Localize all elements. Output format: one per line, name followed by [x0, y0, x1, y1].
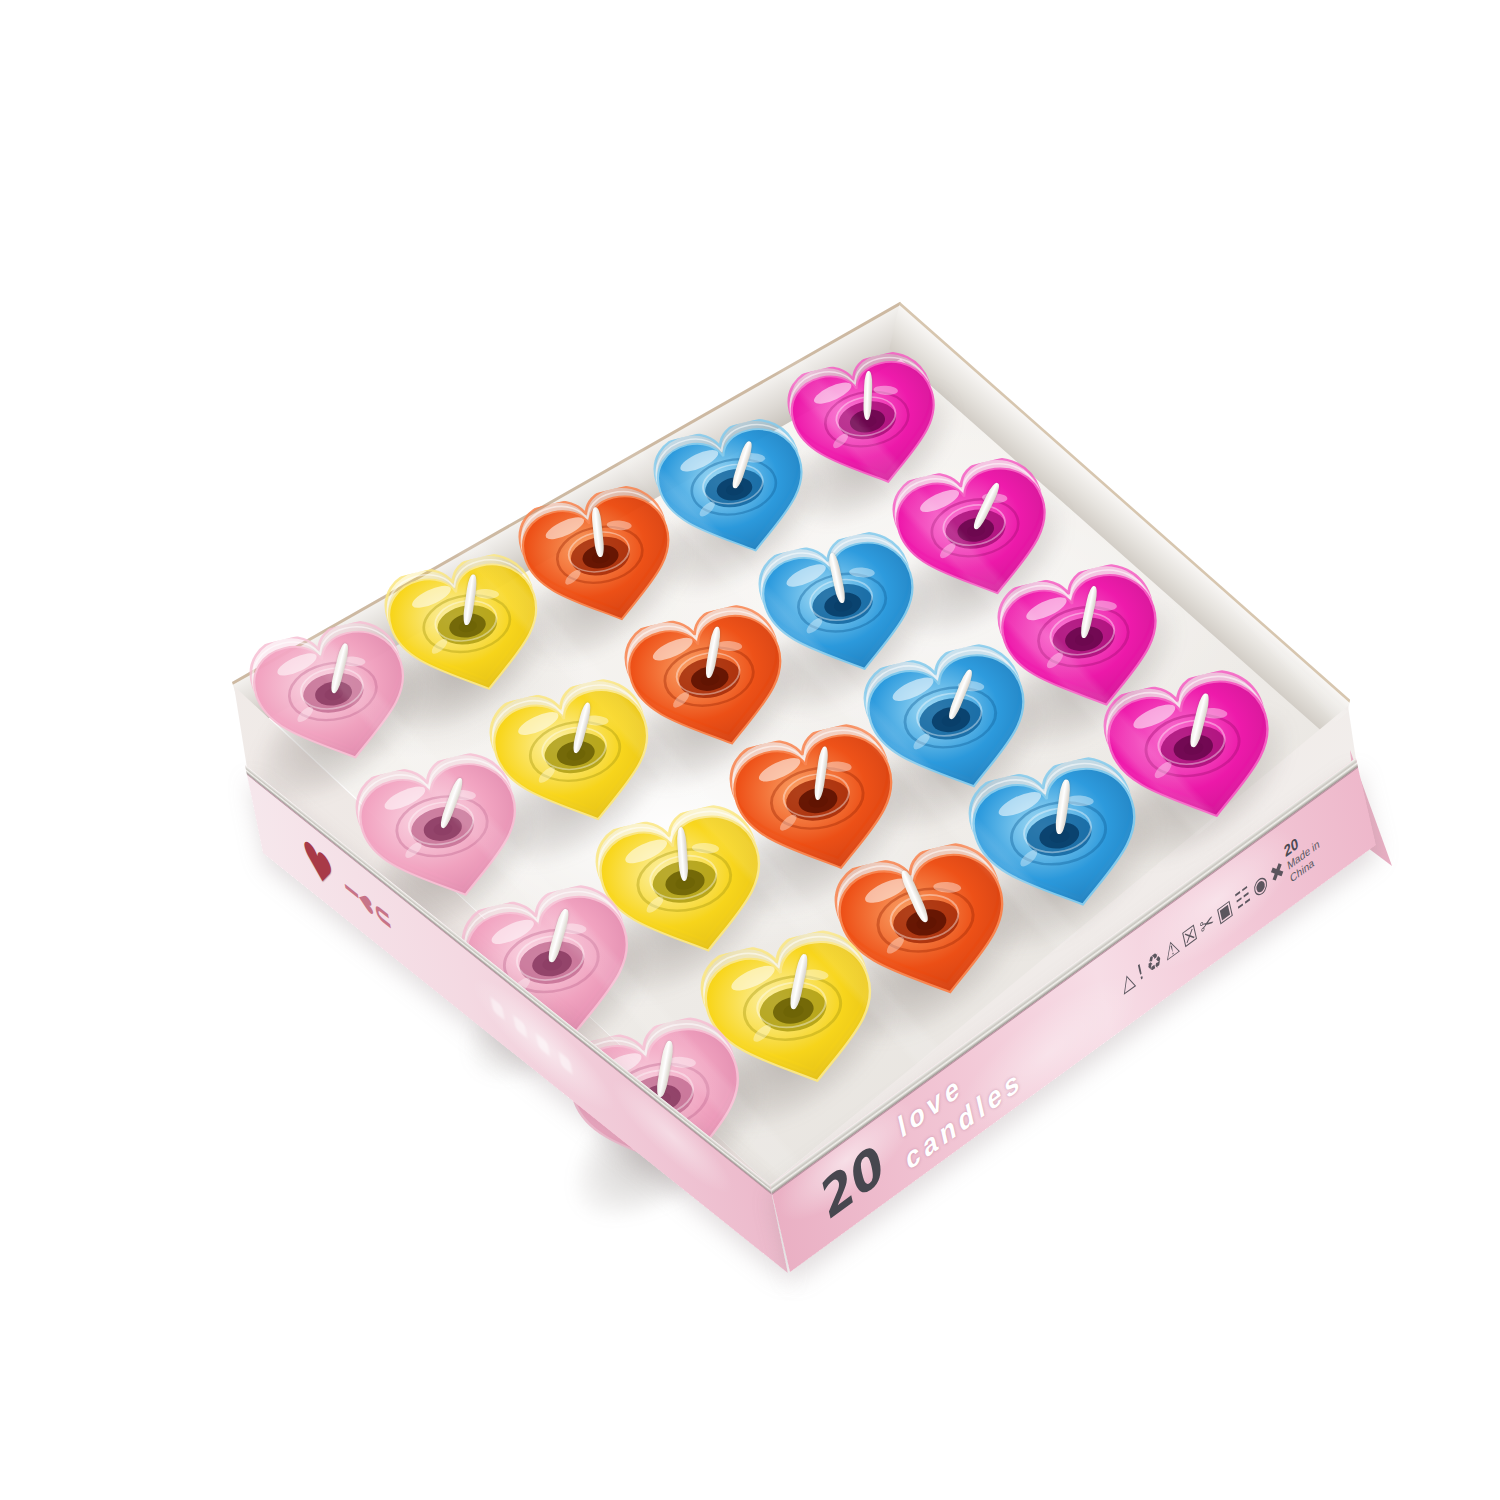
candle-grid [0, 0, 1500, 1500]
logo-letter-u: U [371, 899, 395, 934]
product-photo-scene: ♥ I ♥ U 20 love candles △!♻⚠☒✂▣☷◉✖ 20 Ma… [0, 0, 1500, 1500]
